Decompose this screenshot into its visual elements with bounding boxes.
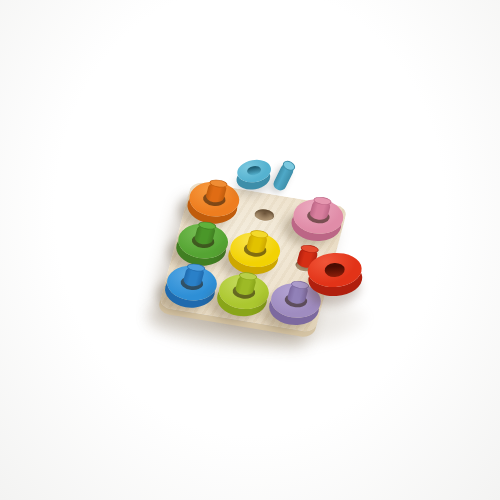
sky-blue-peg-cap bbox=[281, 159, 297, 173]
product-photo-stage bbox=[0, 0, 500, 500]
sky-blue-peg bbox=[272, 162, 296, 193]
sky-blue-ring bbox=[235, 157, 274, 194]
empty-hole bbox=[253, 208, 275, 222]
red-ring bbox=[307, 251, 364, 298]
